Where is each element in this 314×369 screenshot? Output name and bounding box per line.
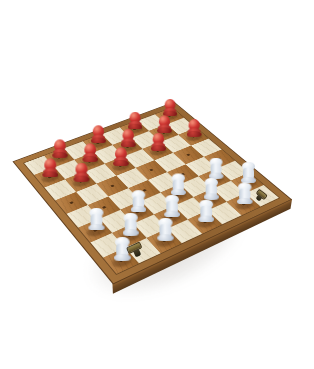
piece-body — [43, 168, 57, 174]
piece-base — [42, 171, 58, 178]
red-checker-piece[interactable] — [127, 112, 142, 130]
square-light-r1c5[interactable] — [102, 127, 131, 145]
piece-cap — [129, 112, 140, 124]
piece-base — [113, 160, 129, 167]
piece-body — [91, 135, 104, 141]
piece-cap — [54, 140, 66, 153]
red-checker-piece[interactable] — [150, 133, 165, 152]
white-checker-piece[interactable] — [130, 190, 146, 213]
piece-base — [237, 198, 253, 205]
piece-cap — [209, 158, 222, 167]
checkers-board — [12, 102, 292, 285]
piece-cap — [44, 159, 56, 172]
square-dark-2[interactable] — [83, 134, 113, 152]
product-photo — [0, 0, 314, 369]
square-light-r1c3[interactable] — [64, 141, 94, 160]
piece-body — [163, 108, 176, 113]
red-checker-piece[interactable] — [73, 163, 89, 183]
square-light-r5c7[interactable] — [186, 157, 217, 177]
square-light-r4c6[interactable] — [155, 153, 186, 172]
piece-body — [187, 128, 200, 134]
white-checker-piece[interactable] — [157, 218, 173, 242]
piece-cap — [188, 119, 199, 131]
piece-body — [158, 125, 171, 131]
piece-base — [162, 111, 176, 117]
piece-cap — [158, 115, 169, 127]
piece-body — [128, 121, 141, 127]
square-light-r3c7[interactable] — [161, 135, 191, 153]
white-checker-piece[interactable] — [170, 174, 185, 197]
white-checker-piece[interactable] — [237, 183, 253, 206]
square-light-r4c8[interactable] — [191, 138, 222, 156]
square-dark-20[interactable] — [204, 149, 235, 168]
piece-base — [73, 176, 89, 183]
square-dark-8[interactable] — [149, 124, 179, 141]
piece-body — [114, 157, 128, 163]
piece-base — [198, 216, 214, 223]
piece-body — [210, 164, 221, 176]
white-checker-piece[interactable] — [88, 208, 104, 232]
piece-body — [121, 139, 134, 145]
square-light-r2c6[interactable] — [131, 131, 161, 149]
red-checker-piece[interactable] — [82, 143, 98, 162]
piece-cap — [92, 125, 103, 137]
square-light-r1c7[interactable] — [138, 114, 167, 131]
piece-cap — [84, 143, 96, 156]
white-checker-piece[interactable] — [164, 195, 180, 218]
piece-cap — [152, 133, 163, 145]
piece-base — [157, 234, 173, 242]
piece-cap — [164, 99, 175, 111]
white-checker-piece[interactable] — [122, 213, 138, 237]
piece-base — [186, 131, 201, 138]
piece-base — [150, 145, 165, 152]
piece-body — [83, 153, 97, 159]
red-checker-piece[interactable] — [120, 129, 135, 148]
square-dark-12[interactable] — [179, 128, 209, 146]
square-light-r3c5[interactable] — [124, 149, 155, 168]
red-checker-piece[interactable] — [90, 125, 105, 144]
square-dark-3[interactable] — [120, 121, 149, 138]
white-checker-piece[interactable] — [208, 158, 223, 180]
piece-base — [122, 229, 138, 237]
piece-base — [113, 254, 130, 262]
red-checker-piece[interactable] — [42, 159, 58, 179]
square-light-r2c8[interactable] — [167, 118, 196, 135]
square-dark-10[interactable] — [105, 156, 136, 175]
white-checker-piece[interactable] — [198, 200, 214, 223]
piece-cap — [115, 147, 127, 160]
board-scene — [0, 0, 314, 369]
square-dark-7[interactable] — [113, 138, 143, 156]
piece-body — [151, 142, 164, 148]
square-dark-1[interactable] — [44, 148, 74, 167]
piece-base — [52, 152, 67, 159]
piece-cap — [122, 129, 133, 141]
red-checker-piece[interactable] — [162, 99, 176, 117]
red-checker-piece[interactable] — [113, 147, 129, 167]
square-dark-11[interactable] — [143, 142, 173, 161]
piece-base — [157, 128, 172, 134]
square-light-r2c4[interactable] — [94, 145, 124, 164]
red-checker-piece[interactable] — [52, 140, 67, 159]
square-dark-4[interactable] — [155, 108, 184, 124]
square-light-r1c1[interactable] — [24, 156, 54, 175]
white-checker-piece[interactable] — [203, 178, 218, 201]
white-checker-piece[interactable] — [241, 162, 256, 184]
board-grid — [24, 108, 279, 274]
red-checker-piece[interactable] — [157, 115, 172, 134]
piece-body — [53, 149, 67, 155]
square-dark-16[interactable] — [173, 146, 204, 165]
piece-base — [90, 138, 105, 145]
piece-base — [127, 124, 142, 130]
square-dark-15[interactable] — [136, 160, 167, 180]
piece-base — [88, 224, 104, 232]
red-checker-piece[interactable] — [186, 119, 201, 138]
piece-base — [120, 141, 135, 148]
